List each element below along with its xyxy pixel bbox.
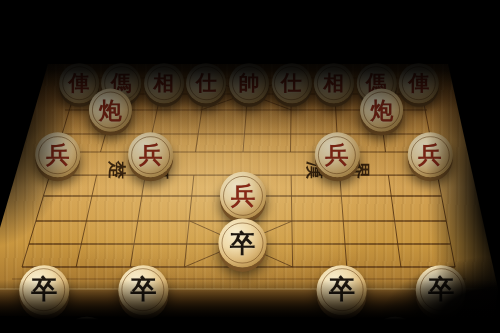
piece-character: 炮	[74, 325, 101, 333]
piece-red-rook[interactable]: 俥	[399, 63, 439, 103]
piece-red-elephant[interactable]: 相	[144, 63, 184, 103]
piece-black-soldier[interactable]: 卒	[416, 265, 466, 315]
piece-character: 俥	[409, 69, 430, 97]
piece-character: 卒	[329, 273, 355, 308]
piece-red-soldier[interactable]: 兵	[35, 133, 80, 178]
piece-character: 卒	[428, 273, 454, 308]
piece-character: 仕	[281, 69, 302, 97]
piece-red-cannon[interactable]: 炮	[360, 89, 403, 132]
piece-character: 兵	[46, 139, 69, 171]
piece-red-cannon[interactable]: 炮	[89, 89, 132, 132]
piece-character: 俥	[69, 69, 90, 97]
piece-grid: 俥傌相仕帥仕相傌俥炮炮兵兵兵兵兵卒卒卒卒卒炮炮車馬象士將士象馬車	[0, 58, 500, 290]
piece-character: 仕	[196, 69, 217, 97]
piece-red-soldier[interactable]: 兵	[314, 133, 359, 178]
piece-character: 相	[154, 69, 175, 97]
piece-character: 卒	[230, 227, 255, 260]
piece-character: 卒	[31, 273, 57, 308]
piece-black-soldier[interactable]: 卒	[19, 265, 69, 315]
piece-red-advisor[interactable]: 仕	[186, 63, 226, 103]
piece-black-soldier[interactable]: 卒	[317, 265, 367, 315]
piece-character: 兵	[139, 139, 162, 171]
piece-character: 炮	[370, 95, 393, 126]
piece-character: 兵	[418, 139, 441, 171]
xiangqi-photo-scene: 楚河 漢界 俥傌相仕帥仕相傌俥炮炮兵兵兵兵兵卒卒卒卒卒炮炮車馬象士將士象馬車	[0, 0, 500, 333]
piece-character: 炮	[381, 325, 408, 333]
piece-character: 兵	[325, 139, 348, 171]
piece-red-general[interactable]: 帥	[229, 63, 269, 103]
piece-character: 炮	[99, 95, 122, 126]
piece-character: 卒	[130, 273, 156, 308]
piece-red-advisor[interactable]: 仕	[271, 63, 311, 103]
piece-red-elephant[interactable]: 相	[314, 63, 354, 103]
piece-character: 兵	[231, 180, 255, 212]
piece-black-soldier[interactable]: 卒	[118, 265, 168, 315]
piece-black-soldier[interactable]: 卒	[218, 219, 267, 268]
piece-character: 帥	[239, 69, 260, 97]
piece-red-soldier[interactable]: 兵	[128, 133, 173, 178]
piece-character: 相	[324, 69, 345, 97]
piece-red-soldier[interactable]: 兵	[220, 172, 267, 219]
piece-red-soldier[interactable]: 兵	[407, 133, 452, 178]
